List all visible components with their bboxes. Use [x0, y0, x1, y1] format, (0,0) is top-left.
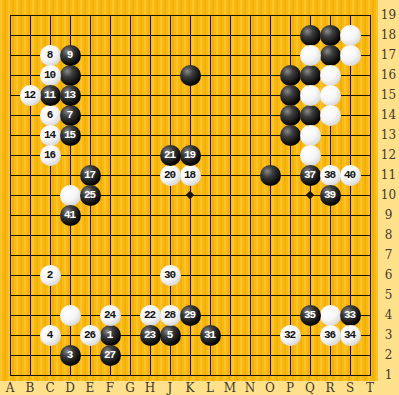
white-stone-move-36: 36 — [320, 325, 341, 346]
col-label-E: E — [80, 381, 100, 395]
black-stone — [280, 125, 301, 146]
board-intersection-E11[interactable]: 17 — [80, 165, 100, 185]
board-intersection-J11[interactable]: 20 — [160, 165, 180, 185]
row-label-7: 7 — [378, 245, 399, 265]
board-intersection-K16[interactable] — [180, 65, 200, 85]
row-label-15: 15 — [378, 85, 399, 105]
white-stone-move-40: 40 — [340, 165, 361, 186]
board-intersection-D9[interactable]: 41 — [60, 205, 80, 225]
board-intersection-P15[interactable] — [280, 85, 300, 105]
col-label-H: H — [140, 381, 160, 395]
black-stone — [320, 25, 341, 46]
white-stone-move-20: 20 — [160, 165, 181, 186]
board-intersection-R18[interactable] — [320, 25, 340, 45]
white-stone-move-30: 30 — [160, 265, 181, 286]
black-stone — [280, 65, 301, 86]
black-stone — [280, 105, 301, 126]
black-stone — [280, 85, 301, 106]
board-intersection-S18[interactable] — [340, 25, 360, 45]
board-intersection-Q17[interactable] — [300, 45, 320, 65]
board-intersection-J6[interactable]: 30 — [160, 265, 180, 285]
board-intersection-C14[interactable]: 6 — [40, 105, 60, 125]
board-intersection-D16[interactable] — [60, 65, 80, 85]
row-label-12: 12 — [378, 145, 399, 165]
black-stone-move-35: 35 — [300, 305, 321, 326]
white-stone-move-16: 16 — [40, 145, 61, 166]
col-label-B: B — [20, 381, 40, 395]
white-stone-move-38: 38 — [320, 165, 341, 186]
col-label-A: A — [0, 381, 20, 395]
white-stone — [320, 65, 341, 86]
board-intersection-R14[interactable] — [320, 105, 340, 125]
white-stone — [320, 85, 341, 106]
board-intersection-B15[interactable]: 12 — [20, 85, 40, 105]
board-intersection-D4[interactable] — [60, 305, 80, 325]
col-label-O: O — [260, 381, 280, 395]
black-stone — [180, 65, 201, 86]
go-diagram: 1234567891011121314151617181920212223242… — [0, 0, 399, 395]
board-intersection-K4[interactable]: 29 — [180, 305, 200, 325]
board-intersection-S11[interactable]: 40 — [340, 165, 360, 185]
white-stone — [340, 45, 361, 66]
board-intersection-F2[interactable]: 27 — [100, 345, 120, 365]
go-board[interactable]: 1234567891011121314151617181920212223242… — [0, 0, 378, 381]
board-intersection-Q12[interactable] — [300, 145, 320, 165]
board-intersection-J3[interactable]: 5 — [160, 325, 180, 345]
white-stone-move-18: 18 — [180, 165, 201, 186]
col-label-G: G — [120, 381, 140, 395]
board-intersection-C15[interactable]: 11 — [40, 85, 60, 105]
black-stone-move-27: 27 — [100, 345, 121, 366]
board-intersection-Q4[interactable]: 35 — [300, 305, 320, 325]
black-stone-move-25: 25 — [80, 185, 101, 206]
row-label-11: 11 — [378, 165, 399, 185]
board-intersection-C13[interactable]: 14 — [40, 125, 60, 145]
board-intersection-J4[interactable]: 28 — [160, 305, 180, 325]
board-intersection-D10[interactable] — [60, 185, 80, 205]
white-stone-move-22: 22 — [140, 305, 161, 326]
col-label-L: L — [200, 381, 220, 395]
column-labels: ABCDEFGHJKLMNOPQRST — [0, 381, 380, 395]
black-stone-move-17: 17 — [80, 165, 101, 186]
black-stone — [300, 105, 321, 126]
row-label-3: 3 — [378, 325, 399, 345]
white-stone-move-24: 24 — [100, 305, 121, 326]
white-stone — [60, 305, 81, 326]
board-intersection-H3[interactable]: 23 — [140, 325, 160, 345]
black-stone-move-9: 9 — [60, 45, 81, 66]
black-stone-move-33: 33 — [340, 305, 361, 326]
black-stone — [300, 25, 321, 46]
board-intersection-P14[interactable] — [280, 105, 300, 125]
black-stone-move-23: 23 — [140, 325, 161, 346]
row-label-14: 14 — [378, 105, 399, 125]
row-label-10: 10 — [378, 185, 399, 205]
white-stone-move-4: 4 — [40, 325, 61, 346]
board-intersection-H4[interactable]: 22 — [140, 305, 160, 325]
white-stone — [320, 105, 341, 126]
col-label-P: P — [280, 381, 300, 395]
black-stone-move-29: 29 — [180, 305, 201, 326]
col-label-T: T — [360, 381, 380, 395]
black-stone-move-13: 13 — [60, 85, 81, 106]
board-intersection-E3[interactable]: 26 — [80, 325, 100, 345]
board-intersection-D2[interactable]: 3 — [60, 345, 80, 365]
board-intersection-J12[interactable]: 21 — [160, 145, 180, 165]
board-intersection-S17[interactable] — [340, 45, 360, 65]
white-stone — [320, 305, 341, 326]
col-label-C: C — [40, 381, 60, 395]
black-stone — [300, 65, 321, 86]
board-intersection-O11[interactable] — [260, 165, 280, 185]
row-label-4: 4 — [378, 305, 399, 325]
row-label-9: 9 — [378, 205, 399, 225]
white-stone — [300, 125, 321, 146]
white-stone-move-2: 2 — [40, 265, 61, 286]
row-label-13: 13 — [378, 125, 399, 145]
black-stone — [320, 45, 341, 66]
board-intersection-K11[interactable]: 18 — [180, 165, 200, 185]
board-intersection-S4[interactable]: 33 — [340, 305, 360, 325]
col-label-N: N — [240, 381, 260, 395]
black-stone-move-3: 3 — [60, 345, 81, 366]
board-intersection-C12[interactable]: 16 — [40, 145, 60, 165]
board-intersection-D15[interactable]: 13 — [60, 85, 80, 105]
row-label-8: 8 — [378, 225, 399, 245]
board-intersection-Q14[interactable] — [300, 105, 320, 125]
board-intersection-S3[interactable]: 34 — [340, 325, 360, 345]
board-intersection-R17[interactable] — [320, 45, 340, 65]
board-intersection-R16[interactable] — [320, 65, 340, 85]
white-stone — [300, 85, 321, 106]
board-intersection-C17[interactable]: 8 — [40, 45, 60, 65]
board-intersection-F4[interactable]: 24 — [100, 305, 120, 325]
row-label-18: 18 — [378, 25, 399, 45]
white-stone-move-26: 26 — [80, 325, 101, 346]
board-intersection-Q11[interactable]: 37 — [300, 165, 320, 185]
col-label-S: S — [340, 381, 360, 395]
white-stone-move-28: 28 — [160, 305, 181, 326]
board-intersection-C3[interactable]: 4 — [40, 325, 60, 345]
white-stone-move-32: 32 — [280, 325, 301, 346]
board-intersection-R4[interactable] — [320, 305, 340, 325]
white-stone — [340, 25, 361, 46]
col-label-D: D — [60, 381, 80, 395]
white-stone-move-12: 12 — [20, 85, 41, 106]
row-label-5: 5 — [378, 285, 399, 305]
col-label-R: R — [320, 381, 340, 395]
col-label-J: J — [160, 381, 180, 395]
black-stone-move-37: 37 — [300, 165, 321, 186]
white-stone — [60, 185, 81, 206]
black-stone-move-19: 19 — [180, 145, 201, 166]
row-label-17: 17 — [378, 45, 399, 65]
col-label-K: K — [180, 381, 200, 395]
black-stone-move-31: 31 — [200, 325, 221, 346]
black-stone-move-1: 1 — [100, 325, 121, 346]
black-stone — [260, 165, 281, 186]
black-stone-move-5: 5 — [160, 325, 181, 346]
black-stone-move-11: 11 — [40, 85, 61, 106]
black-stone-move-39: 39 — [320, 185, 341, 206]
board-intersection-R10[interactable]: 39 — [320, 185, 340, 205]
white-stone-move-10: 10 — [40, 65, 61, 86]
board-intersection-D13[interactable]: 15 — [60, 125, 80, 145]
white-stone-move-34: 34 — [340, 325, 361, 346]
board-intersection-D14[interactable]: 7 — [60, 105, 80, 125]
board-intersection-R15[interactable] — [320, 85, 340, 105]
board-intersection-K12[interactable]: 19 — [180, 145, 200, 165]
board-intersection-F3[interactable]: 1 — [100, 325, 120, 345]
board-intersection-D17[interactable]: 9 — [60, 45, 80, 65]
board-intersection-P3[interactable]: 32 — [280, 325, 300, 345]
board-intersection-E10[interactable]: 25 — [80, 185, 100, 205]
row-label-6: 6 — [378, 265, 399, 285]
black-stone-move-15: 15 — [60, 125, 81, 146]
row-label-16: 16 — [378, 65, 399, 85]
board-intersection-C6[interactable]: 2 — [40, 265, 60, 285]
board-intersection-Q16[interactable] — [300, 65, 320, 85]
stones-layer: 1234567891011121314151617181920212223242… — [0, 5, 380, 385]
board-intersection-R11[interactable]: 38 — [320, 165, 340, 185]
board-intersection-R3[interactable]: 36 — [320, 325, 340, 345]
col-label-F: F — [100, 381, 120, 395]
row-label-19: 19 — [378, 5, 399, 25]
row-labels: 19181716151413121110987654321 — [378, 5, 399, 385]
black-stone-move-41: 41 — [60, 205, 81, 226]
white-stone-move-14: 14 — [40, 125, 61, 146]
board-intersection-Q13[interactable] — [300, 125, 320, 145]
board-intersection-L3[interactable]: 31 — [200, 325, 220, 345]
board-intersection-C16[interactable]: 10 — [40, 65, 60, 85]
board-intersection-P13[interactable] — [280, 125, 300, 145]
white-stone-move-8: 8 — [40, 45, 61, 66]
black-stone — [60, 65, 81, 86]
black-stone-move-7: 7 — [60, 105, 81, 126]
white-stone — [300, 45, 321, 66]
row-label-1: 1 — [378, 365, 399, 385]
col-label-Q: Q — [300, 381, 320, 395]
board-intersection-Q18[interactable] — [300, 25, 320, 45]
col-label-M: M — [220, 381, 240, 395]
black-stone-move-21: 21 — [160, 145, 181, 166]
board-intersection-Q15[interactable] — [300, 85, 320, 105]
white-stone-move-6: 6 — [40, 105, 61, 126]
board-intersection-P16[interactable] — [280, 65, 300, 85]
row-label-2: 2 — [378, 345, 399, 365]
white-stone — [300, 145, 321, 166]
